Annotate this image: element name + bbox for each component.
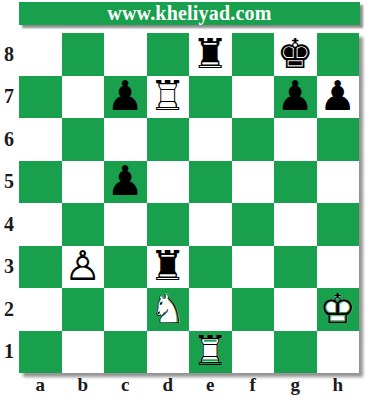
piece-white-pawn-b3: ♟♙ xyxy=(62,246,105,289)
rank-label-2: 2 xyxy=(0,288,18,331)
piece-black-rook-e8: ♜ xyxy=(189,33,232,76)
rank-label-5: 5 xyxy=(0,161,18,204)
piece-black-king-g8: ♚ xyxy=(274,33,317,76)
black-pawn-icon: ♟ xyxy=(104,161,147,204)
square-h7: ♟ xyxy=(317,76,360,119)
square-a2 xyxy=(19,288,62,331)
square-c5: ♟ xyxy=(104,161,147,204)
square-b7 xyxy=(62,76,105,119)
square-b2 xyxy=(62,288,105,331)
square-d8 xyxy=(147,33,190,76)
black-pawn-icon: ♟ xyxy=(104,76,147,119)
square-h5 xyxy=(317,161,360,204)
rank-labels: 87654321 xyxy=(0,33,18,373)
square-e7 xyxy=(189,76,232,119)
file-label-a: a xyxy=(19,372,62,398)
square-a6 xyxy=(19,118,62,161)
piece-white-knight-d2: ♞♘ xyxy=(147,288,190,331)
square-d1 xyxy=(147,331,190,374)
square-c7: ♟ xyxy=(104,76,147,119)
square-b4 xyxy=(62,203,105,246)
square-f5 xyxy=(232,161,275,204)
square-c6 xyxy=(104,118,147,161)
square-d5 xyxy=(147,161,190,204)
square-a4 xyxy=(19,203,62,246)
square-e2 xyxy=(189,288,232,331)
square-a3 xyxy=(19,246,62,289)
square-a1 xyxy=(19,331,62,374)
piece-black-pawn-h7: ♟ xyxy=(317,76,360,119)
square-g1 xyxy=(274,331,317,374)
square-f4 xyxy=(232,203,275,246)
page: www.kheliyad.com 87654321 ♜♚♟♜♖♟♟♟♟♙♜♞♘♚… xyxy=(0,0,369,400)
square-c2 xyxy=(104,288,147,331)
square-e8: ♜ xyxy=(189,33,232,76)
square-d6 xyxy=(147,118,190,161)
rank-label-7: 7 xyxy=(0,76,18,119)
file-label-e: e xyxy=(189,372,232,398)
white-king-icon: ♔ xyxy=(317,288,360,331)
piece-black-rook-d3: ♜ xyxy=(147,246,190,289)
rank-label-8: 8 xyxy=(0,33,18,76)
white-pawn-icon: ♙ xyxy=(62,246,105,289)
piece-white-rook-e1: ♜♖ xyxy=(189,331,232,374)
piece-black-pawn-c5: ♟ xyxy=(104,161,147,204)
square-g3 xyxy=(274,246,317,289)
square-b8 xyxy=(62,33,105,76)
square-g7: ♟ xyxy=(274,76,317,119)
file-label-b: b xyxy=(62,372,105,398)
white-rook-icon: ♖ xyxy=(189,331,232,374)
square-c1 xyxy=(104,331,147,374)
white-rook-icon: ♖ xyxy=(147,76,190,119)
file-label-g: g xyxy=(274,372,317,398)
black-king-icon: ♚ xyxy=(274,33,317,76)
square-f3 xyxy=(232,246,275,289)
square-c8 xyxy=(104,33,147,76)
file-labels: abcdefgh xyxy=(19,372,359,398)
square-a7 xyxy=(19,76,62,119)
square-e4 xyxy=(189,203,232,246)
file-label-f: f xyxy=(232,372,275,398)
square-g6 xyxy=(274,118,317,161)
square-h4 xyxy=(317,203,360,246)
square-b6 xyxy=(62,118,105,161)
file-label-d: d xyxy=(147,372,190,398)
square-g4 xyxy=(274,203,317,246)
square-h2: ♚♔ xyxy=(317,288,360,331)
square-h1 xyxy=(317,331,360,374)
rank-label-6: 6 xyxy=(0,118,18,161)
square-h6 xyxy=(317,118,360,161)
square-d7: ♜♖ xyxy=(147,76,190,119)
square-a8 xyxy=(19,33,62,76)
chess-board: ♜♚♟♜♖♟♟♟♟♙♜♞♘♚♔♜♖ xyxy=(19,33,359,373)
rank-label-3: 3 xyxy=(0,246,18,289)
square-f8 xyxy=(232,33,275,76)
square-d2: ♞♘ xyxy=(147,288,190,331)
square-h3 xyxy=(317,246,360,289)
square-h8 xyxy=(317,33,360,76)
white-knight-icon: ♘ xyxy=(147,288,190,331)
black-pawn-icon: ♟ xyxy=(317,76,360,119)
piece-white-king-h2: ♚♔ xyxy=(317,288,360,331)
file-label-h: h xyxy=(317,372,360,398)
square-e1: ♜♖ xyxy=(189,331,232,374)
square-f2 xyxy=(232,288,275,331)
piece-black-pawn-g7: ♟ xyxy=(274,76,317,119)
black-rook-icon: ♜ xyxy=(189,33,232,76)
black-rook-icon: ♜ xyxy=(147,246,190,289)
piece-black-pawn-c7: ♟ xyxy=(104,76,147,119)
square-e5 xyxy=(189,161,232,204)
square-f1 xyxy=(232,331,275,374)
square-b1 xyxy=(62,331,105,374)
square-g2 xyxy=(274,288,317,331)
site-banner[interactable]: www.kheliyad.com xyxy=(19,2,360,25)
square-e6 xyxy=(189,118,232,161)
rank-label-4: 4 xyxy=(0,203,18,246)
square-d3: ♜ xyxy=(147,246,190,289)
square-g8: ♚ xyxy=(274,33,317,76)
square-f7 xyxy=(232,76,275,119)
square-g5 xyxy=(274,161,317,204)
square-b5 xyxy=(62,161,105,204)
piece-white-rook-d7: ♜♖ xyxy=(147,76,190,119)
file-label-c: c xyxy=(104,372,147,398)
square-c3 xyxy=(104,246,147,289)
square-a5 xyxy=(19,161,62,204)
square-d4 xyxy=(147,203,190,246)
black-pawn-icon: ♟ xyxy=(274,76,317,119)
square-c4 xyxy=(104,203,147,246)
square-f6 xyxy=(232,118,275,161)
rank-label-1: 1 xyxy=(0,331,18,374)
square-b3: ♟♙ xyxy=(62,246,105,289)
square-e3 xyxy=(189,246,232,289)
